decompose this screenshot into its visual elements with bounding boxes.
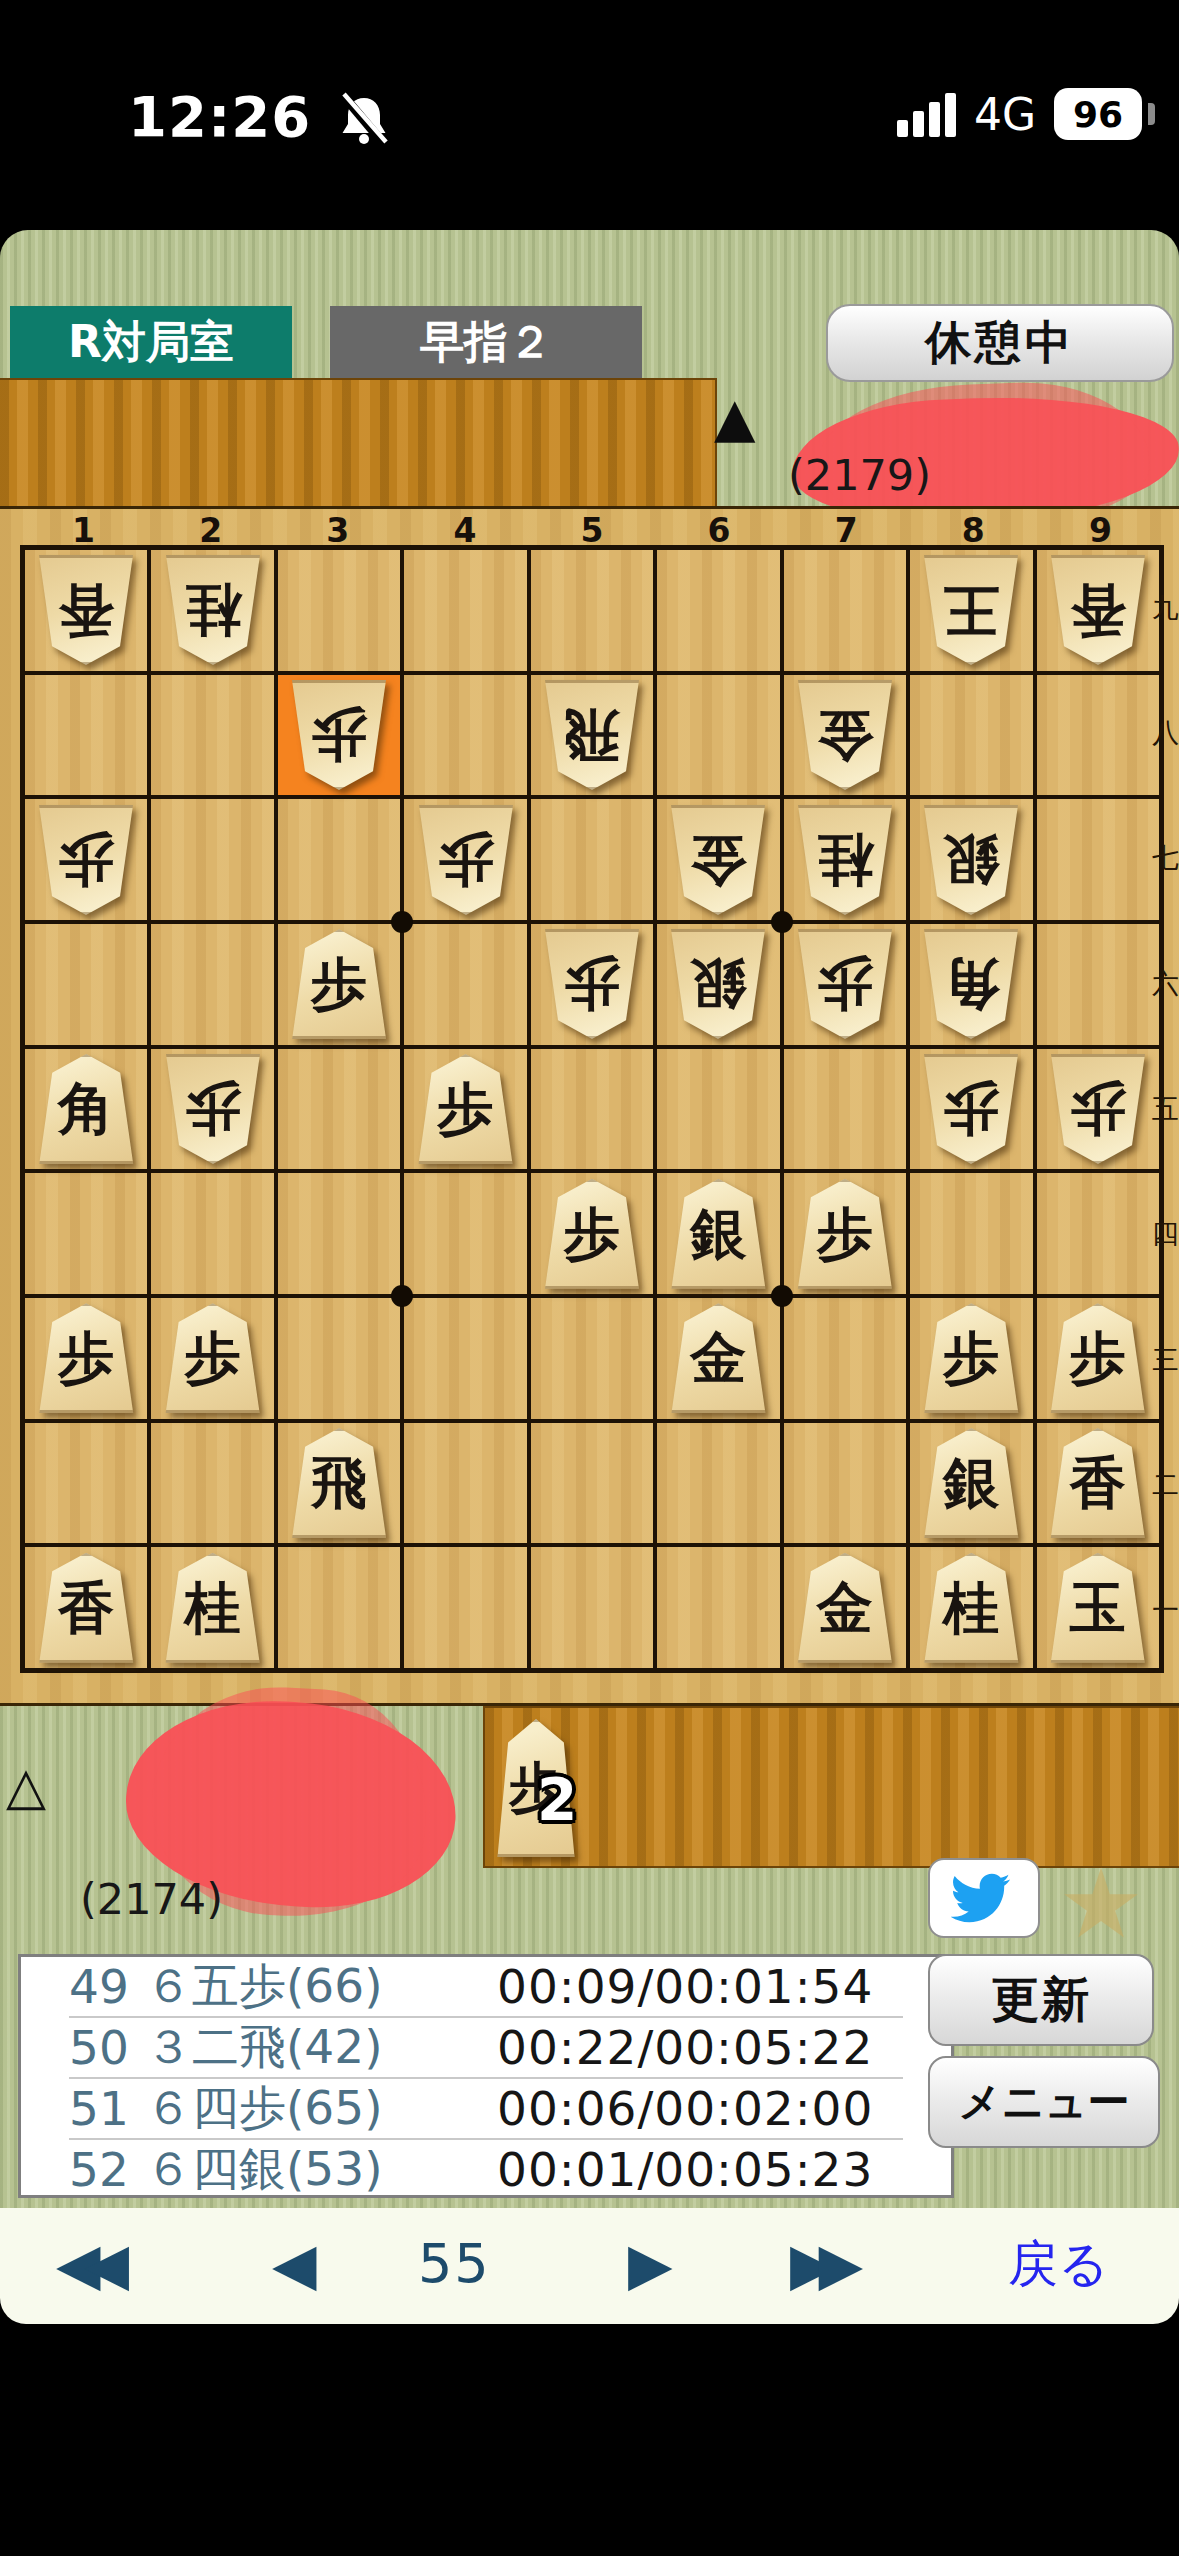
board-square-2二[interactable] bbox=[151, 1423, 273, 1544]
move-row[interactable]: 49 ６五歩(66) 00:09/00:01:54 bbox=[21, 1957, 951, 2016]
file-label: 8 bbox=[910, 511, 1037, 545]
hoshi-dot bbox=[391, 911, 413, 933]
board-square-3一[interactable] bbox=[278, 1547, 400, 1668]
board-square-2三[interactable]: 歩 bbox=[151, 1298, 273, 1419]
board-square-9三[interactable]: 歩 bbox=[1037, 1298, 1159, 1419]
update-button[interactable]: 更新 bbox=[928, 1954, 1154, 2046]
shogi-piece-歩-gote: 歩 bbox=[1048, 1303, 1148, 1413]
shogi-piece-桂-gote: 桂 bbox=[921, 1553, 1021, 1663]
rank-label: 四 bbox=[1152, 1172, 1179, 1297]
board-square-9九[interactable]: 香 bbox=[1037, 550, 1159, 671]
file-label: 2 bbox=[147, 511, 274, 545]
board-square-3六[interactable]: 歩 bbox=[278, 924, 400, 1045]
move-text: ６五歩(66) bbox=[145, 1955, 497, 2018]
shogi-piece-金-gote: 金 bbox=[795, 1553, 895, 1663]
move-time: 00:06/00:02:00 bbox=[497, 2081, 873, 2136]
board-square-6八[interactable] bbox=[657, 675, 779, 796]
board-square-7八[interactable]: 金 bbox=[784, 675, 906, 796]
board-square-6一[interactable] bbox=[657, 1547, 779, 1668]
shogi-piece-歩-gote: 歩 bbox=[416, 1054, 516, 1164]
clock-time: 12:26 bbox=[128, 84, 311, 149]
board-square-7四[interactable]: 歩 bbox=[784, 1173, 906, 1294]
current-move-number: 55 bbox=[418, 2208, 491, 2324]
shogi-piece-桂-sente: 桂 bbox=[795, 805, 895, 915]
move-number: 51 bbox=[69, 2081, 145, 2136]
board-square-2九[interactable]: 桂 bbox=[151, 550, 273, 671]
favorite-star-icon[interactable]: ★ bbox=[1058, 1848, 1144, 1960]
rank-label: 八 bbox=[1152, 670, 1179, 795]
board-square-5五[interactable] bbox=[531, 1049, 653, 1170]
shogi-piece-歩-sente: 歩 bbox=[163, 1054, 263, 1164]
shogi-piece-香-sente: 香 bbox=[1048, 555, 1148, 665]
gote-mark: △ bbox=[6, 1756, 46, 1816]
board-square-1七[interactable]: 歩 bbox=[25, 799, 147, 920]
move-row[interactable]: 51 ６四歩(65) 00:06/00:02:00 bbox=[21, 2079, 951, 2138]
board-square-1五[interactable]: 角 bbox=[25, 1049, 147, 1170]
file-label: 6 bbox=[656, 511, 783, 545]
board-square-9四[interactable] bbox=[1037, 1173, 1159, 1294]
board-square-4八[interactable] bbox=[404, 675, 526, 796]
board-grid: 香桂王香歩飛金歩歩金桂銀歩歩銀歩角角歩歩歩歩歩銀歩歩歩金歩歩飛銀香香桂金桂玉 bbox=[25, 550, 1159, 1668]
board-square-4三[interactable] bbox=[404, 1298, 526, 1419]
board-square-6四[interactable]: 銀 bbox=[657, 1173, 779, 1294]
board-square-5九[interactable] bbox=[531, 550, 653, 671]
shogi-piece-銀-sente: 銀 bbox=[668, 929, 768, 1039]
move-time: 00:09/00:01:54 bbox=[497, 1959, 873, 2014]
shogi-piece-桂-sente: 桂 bbox=[163, 555, 263, 665]
shogi-piece-歩-sente: 歩 bbox=[289, 680, 389, 790]
board-square-7六[interactable]: 歩 bbox=[784, 924, 906, 1045]
hoshi-dot bbox=[391, 1285, 413, 1307]
rank-label: 一 bbox=[1152, 1548, 1179, 1673]
board-square-4二[interactable] bbox=[404, 1423, 526, 1544]
shogi-piece-歩-sente: 歩 bbox=[36, 805, 136, 915]
twitter-share-button[interactable] bbox=[928, 1858, 1040, 1938]
rank-label: 二 bbox=[1152, 1422, 1179, 1547]
file-labels: 123456789 bbox=[20, 511, 1164, 545]
board-square-8四[interactable] bbox=[910, 1173, 1032, 1294]
board-square-9七[interactable] bbox=[1037, 799, 1159, 920]
move-row[interactable]: 52 ６四銀(53) 00:01/00:05:23 bbox=[21, 2140, 951, 2199]
shogi-piece-歩-sente: 歩 bbox=[1048, 1054, 1148, 1164]
battery-nub bbox=[1148, 103, 1155, 125]
board-square-6二[interactable] bbox=[657, 1423, 779, 1544]
sente-piece-stand bbox=[0, 378, 717, 511]
shogi-piece-桂-gote: 桂 bbox=[163, 1553, 263, 1663]
board-square-9八[interactable] bbox=[1037, 675, 1159, 796]
rank-label: 七 bbox=[1152, 796, 1179, 921]
board-square-6七[interactable]: 金 bbox=[657, 799, 779, 920]
board-square-4七[interactable]: 歩 bbox=[404, 799, 526, 920]
shogi-piece-角-sente: 角 bbox=[921, 929, 1021, 1039]
board-square-3三[interactable] bbox=[278, 1298, 400, 1419]
board-square-8一[interactable]: 桂 bbox=[910, 1547, 1032, 1668]
board-square-6九[interactable] bbox=[657, 550, 779, 671]
move-number: 49 bbox=[69, 1959, 145, 2014]
board-square-2五[interactable]: 歩 bbox=[151, 1049, 273, 1170]
board-square-8九[interactable]: 王 bbox=[910, 550, 1032, 671]
mute-bell-icon bbox=[336, 92, 392, 148]
menu-button[interactable]: メニュー bbox=[928, 2056, 1160, 2148]
board-square-1八[interactable] bbox=[25, 675, 147, 796]
file-label: 5 bbox=[528, 511, 655, 545]
move-time: 00:01/00:05:23 bbox=[497, 2142, 873, 2197]
board-square-7九[interactable] bbox=[784, 550, 906, 671]
file-label: 1 bbox=[20, 511, 147, 545]
shogi-piece-歩-gote: 歩 bbox=[921, 1303, 1021, 1413]
board-square-1四[interactable] bbox=[25, 1173, 147, 1294]
shogi-piece-歩-gote: 歩 bbox=[542, 1179, 642, 1289]
move-text: ３二飛(42) bbox=[145, 2016, 497, 2079]
board-square-1一[interactable]: 香 bbox=[25, 1547, 147, 1668]
move-number: 52 bbox=[69, 2142, 145, 2197]
file-label: 7 bbox=[783, 511, 910, 545]
forward-to-end-button[interactable]: ▶▶ bbox=[790, 2208, 847, 2324]
twitter-bird-icon bbox=[951, 1871, 1017, 1925]
rank-labels: 九八七六五四三二一 bbox=[1152, 545, 1179, 1673]
step-forward-button[interactable]: ▶ bbox=[628, 2208, 673, 2324]
sente-mark: ▲ bbox=[714, 386, 756, 449]
board-square-8七[interactable]: 銀 bbox=[910, 799, 1032, 920]
shogi-piece-歩-gote: 歩 bbox=[795, 1179, 895, 1289]
bottom-black-area bbox=[0, 2324, 1179, 2556]
hoshi-dot bbox=[771, 911, 793, 933]
board-square-2七[interactable] bbox=[151, 799, 273, 920]
rest-status-button[interactable]: 休憩中 bbox=[826, 304, 1174, 382]
shogi-piece-歩-gote: 歩 bbox=[289, 929, 389, 1039]
board-square-3七[interactable] bbox=[278, 799, 400, 920]
board-square-5四[interactable]: 歩 bbox=[531, 1173, 653, 1294]
shogi-piece-香-gote: 香 bbox=[36, 1553, 136, 1663]
board-square-3五[interactable] bbox=[278, 1049, 400, 1170]
shogi-piece-歩-gote: 歩 bbox=[36, 1303, 136, 1413]
kifu-nav-bar: ◀◀ ◀ 55 ▶ ▶▶ 戻る bbox=[0, 2208, 1179, 2324]
board-square-9五[interactable]: 歩 bbox=[1037, 1049, 1159, 1170]
board-square-4九[interactable] bbox=[404, 550, 526, 671]
board-square-8二[interactable]: 銀 bbox=[910, 1423, 1032, 1544]
board-square-7一[interactable]: 金 bbox=[784, 1547, 906, 1668]
shogi-piece-銀-gote: 銀 bbox=[668, 1179, 768, 1289]
board-square-9二[interactable]: 香 bbox=[1037, 1423, 1159, 1544]
shogi-piece-金-sente: 金 bbox=[795, 680, 895, 790]
gote-hand-pawn-count: 2 bbox=[537, 1766, 577, 1834]
board-square-2四[interactable] bbox=[151, 1173, 273, 1294]
board-grid-frame: 香桂王香歩飛金歩歩金桂銀歩歩銀歩角角歩歩歩歩歩銀歩歩歩金歩歩飛銀香香桂金桂玉 bbox=[20, 545, 1164, 1673]
board-square-3二[interactable]: 飛 bbox=[278, 1423, 400, 1544]
board-square-5一[interactable] bbox=[531, 1547, 653, 1668]
network-type: 4G bbox=[974, 89, 1036, 140]
battery-percent: 96 bbox=[1073, 94, 1123, 135]
rank-label: 九 bbox=[1152, 545, 1179, 670]
board-square-2六[interactable] bbox=[151, 924, 273, 1045]
board-square-8三[interactable]: 歩 bbox=[910, 1298, 1032, 1419]
move-list[interactable]: 49 ６五歩(66) 00:09/00:01:54 50 ３二飛(42) 00:… bbox=[18, 1954, 954, 2198]
room-badge: R対局室 bbox=[10, 306, 292, 378]
board-square-2一[interactable]: 桂 bbox=[151, 1547, 273, 1668]
return-button[interactable]: 戻る bbox=[1008, 2208, 1109, 2324]
board-square-1二[interactable] bbox=[25, 1423, 147, 1544]
shogi-piece-銀-sente: 銀 bbox=[921, 805, 1021, 915]
move-text: ６四銀(53) bbox=[145, 2138, 497, 2201]
board-square-6六[interactable]: 銀 bbox=[657, 924, 779, 1045]
shogi-piece-歩-gote: 歩 bbox=[163, 1303, 263, 1413]
rank-label: 六 bbox=[1152, 921, 1179, 1046]
board-square-6三[interactable]: 金 bbox=[657, 1298, 779, 1419]
board-square-9一[interactable]: 玉 bbox=[1037, 1547, 1159, 1668]
board-square-6五[interactable] bbox=[657, 1049, 779, 1170]
board-square-8五[interactable]: 歩 bbox=[910, 1049, 1032, 1170]
board-square-5二[interactable] bbox=[531, 1423, 653, 1544]
board-square-1九[interactable]: 香 bbox=[25, 550, 147, 671]
signal-strength-icon bbox=[897, 91, 956, 137]
step-back-button[interactable]: ◀ bbox=[272, 2208, 317, 2324]
board-square-1三[interactable]: 歩 bbox=[25, 1298, 147, 1419]
shogi-piece-金-sente: 金 bbox=[668, 805, 768, 915]
shogi-piece-歩-sente: 歩 bbox=[921, 1054, 1021, 1164]
board-square-4五[interactable]: 歩 bbox=[404, 1049, 526, 1170]
hoshi-dot bbox=[771, 1285, 793, 1307]
board-square-4四[interactable] bbox=[404, 1173, 526, 1294]
rewind-to-start-button[interactable]: ◀◀ bbox=[56, 2208, 113, 2324]
move-text: ６四歩(65) bbox=[145, 2077, 497, 2140]
gote-rating: (2174) bbox=[80, 1874, 223, 1924]
board-square-3九[interactable] bbox=[278, 550, 400, 671]
board-square-2八[interactable] bbox=[151, 675, 273, 796]
board-square-1六[interactable] bbox=[25, 924, 147, 1045]
board-square-3八[interactable]: 歩 bbox=[278, 675, 400, 796]
board-square-5七[interactable] bbox=[531, 799, 653, 920]
app-screen: 12:26 4G 96 R対局室 早指２ 休憩中 ▲ (2179) 123456… bbox=[0, 0, 1179, 2556]
board-square-7七[interactable]: 桂 bbox=[784, 799, 906, 920]
move-row[interactable]: 50 ３二飛(42) 00:22/00:05:22 bbox=[21, 2018, 951, 2077]
shogi-piece-香-gote: 香 bbox=[1048, 1428, 1148, 1538]
board-square-3四[interactable] bbox=[278, 1173, 400, 1294]
status-bar: 12:26 4G 96 bbox=[0, 0, 1179, 230]
rank-label: 五 bbox=[1152, 1046, 1179, 1171]
rank-label: 三 bbox=[1152, 1297, 1179, 1422]
shogi-piece-銀-gote: 銀 bbox=[921, 1428, 1021, 1538]
shogi-piece-王-sente: 王 bbox=[921, 555, 1021, 665]
board-square-9六[interactable] bbox=[1037, 924, 1159, 1045]
shogi-piece-玉-gote: 玉 bbox=[1048, 1553, 1148, 1663]
battery-icon: 96 bbox=[1054, 88, 1142, 140]
move-number: 50 bbox=[69, 2020, 145, 2075]
board-square-8六[interactable]: 角 bbox=[910, 924, 1032, 1045]
board-square-7五[interactable] bbox=[784, 1049, 906, 1170]
shogi-piece-歩-sente: 歩 bbox=[542, 929, 642, 1039]
sente-rating: (2179) bbox=[788, 450, 931, 500]
board-square-5八[interactable]: 飛 bbox=[531, 675, 653, 796]
board-square-7三[interactable] bbox=[784, 1298, 906, 1419]
board-square-5六[interactable]: 歩 bbox=[531, 924, 653, 1045]
board-square-7二[interactable] bbox=[784, 1423, 906, 1544]
board-square-4六[interactable] bbox=[404, 924, 526, 1045]
board-square-8八[interactable] bbox=[910, 675, 1032, 796]
board-square-4一[interactable] bbox=[404, 1547, 526, 1668]
shogi-piece-歩-sente: 歩 bbox=[416, 805, 516, 915]
file-label: 4 bbox=[401, 511, 528, 545]
move-time: 00:22/00:05:22 bbox=[497, 2020, 873, 2075]
shogi-board: 123456789 香桂王香歩飛金歩歩金桂銀歩歩銀歩角角歩歩歩歩歩銀歩歩歩金歩歩… bbox=[0, 506, 1179, 1706]
mode-badge: 早指２ bbox=[330, 306, 642, 378]
shogi-piece-角-gote: 角 bbox=[36, 1054, 136, 1164]
board-square-5三[interactable] bbox=[531, 1298, 653, 1419]
shogi-piece-飛-gote: 飛 bbox=[289, 1428, 389, 1538]
shogi-piece-金-gote: 金 bbox=[668, 1303, 768, 1413]
shogi-piece-歩-sente: 歩 bbox=[795, 929, 895, 1039]
file-label: 9 bbox=[1037, 511, 1164, 545]
shogi-piece-香-sente: 香 bbox=[36, 555, 136, 665]
file-label: 3 bbox=[274, 511, 401, 545]
shogi-piece-飛-sente: 飛 bbox=[542, 680, 642, 790]
gote-piece-stand: 歩 2 bbox=[483, 1706, 1179, 1868]
